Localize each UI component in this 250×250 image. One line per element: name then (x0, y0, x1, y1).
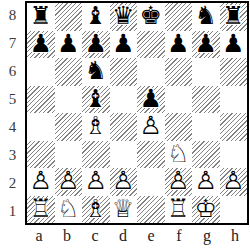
piece-black-bishop: ♝ (85, 3, 107, 28)
square-c1[interactable]: ♝♗ (82, 196, 110, 224)
square-b7[interactable]: ♟ (55, 31, 83, 59)
square-e8[interactable]: ♚ (137, 3, 165, 31)
square-f2[interactable]: ♟♙ (165, 168, 193, 196)
square-a3[interactable] (27, 141, 55, 169)
piece-black-rook: ♜ (222, 3, 244, 28)
piece-black-pawn: ♟ (140, 86, 162, 111)
piece-black-pawn: ♟ (222, 31, 244, 56)
square-c4[interactable]: ♝♗ (82, 113, 110, 141)
square-b3[interactable] (55, 141, 83, 169)
piece-white-queen: ♛♕ (112, 196, 134, 221)
rank-labels: 87654321 (0, 1, 25, 225)
rank-label-6: 6 (0, 57, 25, 85)
piece-black-pawn: ♟ (57, 31, 79, 56)
square-h2[interactable]: ♟♙ (220, 168, 248, 196)
chess-diagram: 87654321 ♜♝♛♚♞♜♟♟♟♟♟♟♟♞♝♟♝♗♟♙♞♘♟♙♟♙♟♙♟♙♟… (0, 0, 250, 250)
piece-white-pawn: ♟♙ (167, 168, 189, 193)
white-piece-outline: ♙ (30, 168, 52, 193)
square-g8[interactable]: ♞ (192, 3, 220, 31)
piece-white-rook: ♜♖ (167, 196, 189, 221)
white-piece-outline: ♘ (57, 196, 79, 221)
piece-black-bishop: ♝ (85, 86, 107, 111)
square-c3[interactable] (82, 141, 110, 169)
square-a1[interactable]: ♜♖ (27, 196, 55, 224)
square-c2[interactable]: ♟♙ (82, 168, 110, 196)
square-c5[interactable]: ♝ (82, 86, 110, 114)
square-a7[interactable]: ♟ (27, 31, 55, 59)
white-piece-outline: ♙ (57, 168, 79, 193)
square-d4[interactable] (110, 113, 138, 141)
white-piece-outline: ♗ (85, 196, 107, 221)
file-label-f: f (165, 227, 193, 249)
square-f1[interactable]: ♜♖ (165, 196, 193, 224)
piece-white-knight: ♞♘ (57, 196, 79, 221)
file-label-c: c (81, 227, 109, 249)
piece-black-knight: ♞ (195, 3, 217, 28)
rank-label-2: 2 (0, 169, 25, 197)
square-d7[interactable]: ♟ (110, 31, 138, 59)
square-g4[interactable] (192, 113, 220, 141)
piece-white-pawn: ♟♙ (85, 168, 107, 193)
square-a5[interactable] (27, 86, 55, 114)
square-e7[interactable] (137, 31, 165, 59)
square-h5[interactable] (220, 86, 248, 114)
rank-label-3: 3 (0, 141, 25, 169)
rank-label-7: 7 (0, 29, 25, 57)
white-piece-outline: ♕ (112, 196, 134, 221)
chess-board[interactable]: ♜♝♛♚♞♜♟♟♟♟♟♟♟♞♝♟♝♗♟♙♞♘♟♙♟♙♟♙♟♙♟♙♟♙♟♙♜♖♞♘… (25, 1, 249, 225)
square-e3[interactable] (137, 141, 165, 169)
white-piece-outline: ♙ (195, 168, 217, 193)
square-e4[interactable]: ♟♙ (137, 113, 165, 141)
square-a4[interactable] (27, 113, 55, 141)
piece-white-rook: ♜♖ (30, 196, 52, 221)
piece-black-pawn: ♟ (195, 31, 217, 56)
square-d1[interactable]: ♛♕ (110, 196, 138, 224)
white-piece-outline: ♘ (167, 141, 189, 166)
white-piece-outline: ♙ (140, 113, 162, 138)
square-a6[interactable] (27, 58, 55, 86)
piece-white-bishop: ♝♗ (85, 113, 107, 138)
square-f7[interactable]: ♟ (165, 31, 193, 59)
piece-black-pawn: ♟ (112, 31, 134, 56)
square-e5[interactable]: ♟ (137, 86, 165, 114)
square-d3[interactable] (110, 141, 138, 169)
square-f4[interactable] (165, 113, 193, 141)
square-h8[interactable]: ♜ (220, 3, 248, 31)
square-b8[interactable] (55, 3, 83, 31)
piece-white-pawn: ♟♙ (30, 168, 52, 193)
white-piece-outline: ♙ (167, 168, 189, 193)
square-h6[interactable] (220, 58, 248, 86)
square-d2[interactable]: ♟♙ (110, 168, 138, 196)
piece-white-bishop: ♝♗ (85, 196, 107, 221)
square-h7[interactable]: ♟ (220, 31, 248, 59)
piece-black-pawn: ♟ (167, 31, 189, 56)
piece-white-pawn: ♟♙ (195, 168, 217, 193)
rank-label-5: 5 (0, 85, 25, 113)
file-label-e: e (137, 227, 165, 249)
white-piece-outline: ♖ (167, 196, 189, 221)
rank-label-1: 1 (0, 197, 25, 225)
white-piece-outline: ♖ (30, 196, 52, 221)
piece-black-pawn: ♟ (30, 31, 52, 56)
square-a8[interactable]: ♜ (27, 3, 55, 31)
piece-white-king: ♚♔ (195, 196, 217, 221)
file-label-g: g (193, 227, 221, 249)
square-b2[interactable]: ♟♙ (55, 168, 83, 196)
square-b6[interactable] (55, 58, 83, 86)
piece-black-pawn: ♟ (85, 31, 107, 56)
square-f5[interactable] (165, 86, 193, 114)
white-piece-outline: ♙ (85, 168, 107, 193)
piece-white-knight: ♞♘ (167, 141, 189, 166)
file-label-b: b (53, 227, 81, 249)
rank-label-8: 8 (0, 1, 25, 29)
piece-black-queen: ♛ (112, 3, 134, 28)
piece-black-knight: ♞ (85, 58, 107, 83)
square-d8[interactable]: ♛ (110, 3, 138, 31)
piece-white-pawn: ♟♙ (222, 168, 244, 193)
square-g1[interactable]: ♚♔ (192, 196, 220, 224)
file-labels: abcdefgh (25, 227, 249, 249)
square-d6[interactable] (110, 58, 138, 86)
square-f8[interactable] (165, 3, 193, 31)
square-f6[interactable] (165, 58, 193, 86)
square-e2[interactable] (137, 168, 165, 196)
square-e1[interactable] (137, 196, 165, 224)
file-label-d: d (109, 227, 137, 249)
square-d5[interactable] (110, 86, 138, 114)
square-g3[interactable] (192, 141, 220, 169)
square-f3[interactable]: ♞♘ (165, 141, 193, 169)
square-h4[interactable] (220, 113, 248, 141)
square-h1[interactable] (220, 196, 248, 224)
piece-black-king: ♚ (140, 3, 162, 28)
white-piece-outline: ♙ (222, 168, 244, 193)
square-h3[interactable] (220, 141, 248, 169)
square-e6[interactable] (137, 58, 165, 86)
square-c7[interactable]: ♟ (82, 31, 110, 59)
file-label-h: h (221, 227, 249, 249)
square-g6[interactable] (192, 58, 220, 86)
piece-white-pawn: ♟♙ (57, 168, 79, 193)
square-a2[interactable]: ♟♙ (27, 168, 55, 196)
file-label-a: a (25, 227, 53, 249)
square-c6[interactable]: ♞ (82, 58, 110, 86)
square-c8[interactable]: ♝ (82, 3, 110, 31)
piece-black-rook: ♜ (30, 3, 52, 28)
square-b5[interactable] (55, 86, 83, 114)
square-g2[interactable]: ♟♙ (192, 168, 220, 196)
piece-white-pawn: ♟♙ (112, 168, 134, 193)
square-g7[interactable]: ♟ (192, 31, 220, 59)
rank-label-4: 4 (0, 113, 25, 141)
piece-white-pawn: ♟♙ (140, 113, 162, 138)
square-g5[interactable] (192, 86, 220, 114)
white-piece-outline: ♔ (195, 196, 217, 221)
square-b1[interactable]: ♞♘ (55, 196, 83, 224)
white-piece-outline: ♗ (85, 113, 107, 138)
square-b4[interactable] (55, 113, 83, 141)
white-piece-outline: ♙ (112, 168, 134, 193)
